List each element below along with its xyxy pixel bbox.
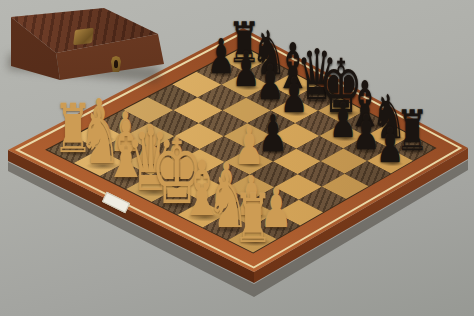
piece-shadow <box>298 96 344 107</box>
black-rook-glyph: ♜ <box>228 15 261 71</box>
black-pawn-glyph: ♟ <box>280 73 308 121</box>
piece-shadow <box>259 148 292 156</box>
white-knight-glyph: ♞ <box>206 167 249 240</box>
white-bishop-glyph: ♝ <box>180 152 225 228</box>
white-pawn-glyph: ♟ <box>235 169 267 224</box>
piece-shadow <box>229 58 265 67</box>
piece-shadow <box>252 71 292 80</box>
piece-shadow <box>261 225 297 233</box>
scene: ♜♞♝♛♚♝♞♜♟♟♟♟♟♟♟♟♟♟♟♟♟♟♟♟♜♞♝♛♚♝♞♜ <box>0 0 474 316</box>
label-sticker <box>102 192 130 213</box>
black-bishop-glyph: ♝ <box>347 72 384 135</box>
box-lid-top <box>0 0 474 316</box>
piece-shadow <box>320 108 369 119</box>
piece-shadow <box>233 84 264 91</box>
piece-shadow <box>79 160 127 171</box>
white-pawn-glyph: ♟ <box>109 105 141 160</box>
black-knight-glyph: ♞ <box>251 24 286 84</box>
white-king-glyph: ♚ <box>150 126 203 216</box>
white-pawn-glyph: ♟ <box>160 131 192 186</box>
white-pawn-glyph: ♟ <box>210 157 242 212</box>
black-knight-glyph: ♞ <box>371 87 406 147</box>
black-rook-glyph: ♜ <box>396 103 429 159</box>
piece-shadow <box>348 122 389 132</box>
black-pawn-glyph: ♟ <box>352 110 380 158</box>
white-pawn-glyph: ♟ <box>83 92 115 147</box>
piece-shadow <box>236 212 272 220</box>
black-bishop-glyph: ♝ <box>275 34 312 97</box>
piece-shadow <box>233 237 277 247</box>
piece-shadow <box>150 198 209 212</box>
white-queen-glyph: ♛ <box>127 119 177 204</box>
piece-shadow <box>180 211 230 223</box>
black-queen-glyph: ♛ <box>297 41 338 111</box>
piece-shadow <box>207 224 255 235</box>
black-pawn-glyph: ♟ <box>376 123 404 171</box>
black-king-glyph: ♚ <box>320 50 364 124</box>
piece-shadow <box>282 110 313 117</box>
piece-shadow <box>127 185 182 198</box>
white-pawn-glyph: ♟ <box>134 118 166 173</box>
white-bishop-glyph: ♝ <box>103 113 148 189</box>
piece-shadow <box>257 97 288 104</box>
white-rook-glyph: ♜ <box>233 184 273 252</box>
piece-shadow <box>372 134 412 143</box>
piece-shadow <box>235 161 269 169</box>
piece-shadow <box>110 148 146 156</box>
piece-shadow <box>135 161 171 169</box>
piece-shadow <box>330 135 361 142</box>
piece-shadow <box>208 71 239 78</box>
white-rook-glyph: ♜ <box>54 94 94 162</box>
black-pawn-glyph: ♟ <box>232 47 260 95</box>
piece-shadow <box>397 147 433 156</box>
black-pawn-glyph: ♟ <box>207 34 235 82</box>
keyhole-icon <box>114 60 118 68</box>
black-pawn-glyph: ♟ <box>256 60 284 108</box>
black-pawn-glyph: ♟ <box>329 98 357 146</box>
piece-shadow <box>276 84 317 94</box>
piece-shadow <box>161 174 197 182</box>
brass-plaque <box>73 28 94 46</box>
piece-shadow <box>211 200 247 208</box>
white-pawn-glyph: ♟ <box>260 182 292 237</box>
black-pawn-glyph: ♟ <box>258 108 288 159</box>
piece-shadow <box>377 160 408 167</box>
piece-shadow <box>84 135 120 143</box>
piece-shadow <box>104 173 154 185</box>
white-pawn-glyph: ♟ <box>234 120 265 172</box>
piece-shadow <box>54 147 98 157</box>
white-knight-glyph: ♞ <box>78 102 121 175</box>
piece-shadow <box>354 148 385 155</box>
